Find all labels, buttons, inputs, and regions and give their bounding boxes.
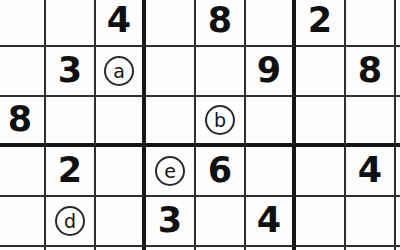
given-digit: 9 xyxy=(257,53,281,88)
cell-r3c2[interactable] xyxy=(46,97,96,147)
cell-r1c6[interactable] xyxy=(246,0,296,47)
sudoku-screenshot: 4823a988b2e64d34 xyxy=(0,0,400,250)
circled-letter-d: d xyxy=(55,206,85,236)
cell-r5c7[interactable] xyxy=(296,197,346,247)
cell-r3c9[interactable] xyxy=(396,97,400,147)
cell-r2c9[interactable] xyxy=(396,47,400,97)
sudoku-board: 4823a988b2e64d34 xyxy=(0,0,400,250)
circled-letter-e: e xyxy=(155,156,185,186)
cell-r2c6[interactable]: 9 xyxy=(246,47,296,97)
cell-r1c8[interactable] xyxy=(346,0,396,47)
cell-r4c3[interactable] xyxy=(96,147,146,197)
cell-r4c6[interactable] xyxy=(246,147,296,197)
cell-r4c5[interactable]: 6 xyxy=(196,147,246,197)
cell-r2c4[interactable] xyxy=(146,47,196,97)
given-digit: 6 xyxy=(208,153,232,188)
cell-r2c5[interactable] xyxy=(196,47,246,97)
cell-r1c3[interactable]: 4 xyxy=(96,0,146,47)
given-digit: 3 xyxy=(58,53,82,88)
cell-r2c2[interactable]: 3 xyxy=(46,47,96,97)
cell-r5c8[interactable] xyxy=(346,197,396,247)
given-digit: 4 xyxy=(358,153,382,188)
cell-r4c8[interactable]: 4 xyxy=(346,147,396,197)
cell-r4c2[interactable]: 2 xyxy=(46,147,96,197)
cell-r3c1[interactable]: 8 xyxy=(0,97,46,147)
given-digit: 8 xyxy=(8,102,32,137)
cell-r5c4[interactable]: 3 xyxy=(146,197,196,247)
given-digit: 8 xyxy=(208,3,232,38)
cell-r2c7[interactable] xyxy=(296,47,346,97)
circled-letter-b: b xyxy=(205,105,235,135)
cell-r1c7[interactable]: 2 xyxy=(296,0,346,47)
cell-r3c6[interactable] xyxy=(246,97,296,147)
cell-r4c1[interactable] xyxy=(0,147,46,197)
cell-r5c2[interactable]: d xyxy=(46,197,96,247)
cell-r4c9[interactable] xyxy=(396,147,400,197)
cell-r3c4[interactable] xyxy=(146,97,196,147)
cell-r4c7[interactable] xyxy=(296,147,346,197)
cell-r2c3[interactable]: a xyxy=(96,47,146,97)
cell-r5c6[interactable]: 4 xyxy=(246,197,296,247)
given-digit: 4 xyxy=(257,203,281,238)
cell-r3c3[interactable] xyxy=(96,97,146,147)
cell-r1c4[interactable] xyxy=(146,0,196,47)
cell-r2c8[interactable]: 8 xyxy=(346,47,396,97)
given-digit: 2 xyxy=(58,153,82,188)
cell-r5c3[interactable] xyxy=(96,197,146,247)
given-digit: 3 xyxy=(158,203,182,238)
cell-r2c1[interactable] xyxy=(0,47,46,97)
cell-r1c5[interactable]: 8 xyxy=(196,0,246,47)
cell-r1c1[interactable] xyxy=(0,0,46,47)
cell-r1c9[interactable] xyxy=(396,0,400,47)
cell-r3c7[interactable] xyxy=(296,97,346,147)
cell-r4c4[interactable]: e xyxy=(146,147,196,197)
given-digit: 4 xyxy=(107,3,131,38)
given-digit: 8 xyxy=(358,53,382,88)
cell-r5c1[interactable] xyxy=(0,197,46,247)
cell-r5c9[interactable] xyxy=(396,197,400,247)
cell-r3c8[interactable] xyxy=(346,97,396,147)
cell-r3c5[interactable]: b xyxy=(196,97,246,147)
cell-r5c5[interactable] xyxy=(196,197,246,247)
given-digit: 2 xyxy=(308,3,332,38)
cell-r1c2[interactable] xyxy=(46,0,96,47)
circled-letter-a: a xyxy=(104,56,134,86)
